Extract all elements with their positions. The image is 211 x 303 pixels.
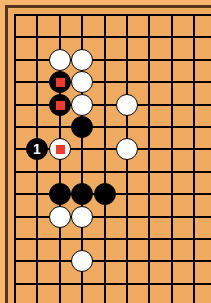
go-board-diagram: 1 — [0, 0, 211, 303]
move-number-label: 1 — [33, 142, 41, 156]
black-stone — [71, 116, 93, 138]
red-square-mark — [56, 101, 65, 110]
horizontal-grid-line — [14, 260, 211, 262]
white-stone — [71, 94, 93, 116]
black-stone — [49, 183, 71, 205]
white-stone — [71, 206, 93, 228]
horizontal-grid-line — [14, 216, 211, 218]
white-stone — [49, 138, 71, 160]
white-stone — [71, 250, 93, 272]
horizontal-grid-line — [14, 81, 211, 83]
stones-layer: 1 — [0, 0, 211, 303]
horizontal-grid-line — [14, 36, 211, 38]
horizontal-grid-line — [14, 238, 211, 240]
black-stone — [94, 183, 116, 205]
horizontal-grid-line — [14, 171, 211, 173]
white-stone — [116, 94, 138, 116]
black-stone — [49, 71, 71, 93]
white-stone — [71, 71, 93, 93]
red-square-mark — [56, 78, 65, 87]
horizontal-grid-line — [14, 126, 211, 128]
horizontal-grid-line — [14, 59, 211, 61]
red-square-mark — [56, 145, 65, 154]
white-stone — [116, 138, 138, 160]
black-stone: 1 — [26, 138, 48, 160]
black-stone — [71, 183, 93, 205]
white-stone — [71, 49, 93, 71]
horizontal-grid-line — [14, 104, 211, 106]
white-stone — [49, 49, 71, 71]
horizontal-grid-line — [14, 283, 211, 285]
black-stone — [49, 94, 71, 116]
horizontal-grid-line — [14, 14, 211, 16]
white-stone — [49, 206, 71, 228]
